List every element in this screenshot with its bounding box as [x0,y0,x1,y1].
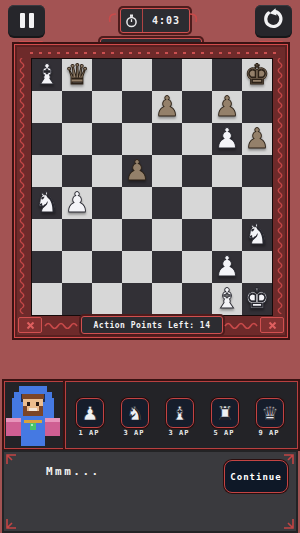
square-b5[interactable] [62,155,92,187]
dialogue-corner-flourish [6,518,17,529]
square-f7[interactable] [182,91,212,123]
square-h6[interactable]: ♟ [242,123,272,155]
square-c2[interactable] [92,251,122,283]
square-h8[interactable]: ♚ [242,59,272,91]
shop-item-knight-cost: 3 AP [117,429,151,437]
queen-icon: ♛ [261,404,278,423]
square-f3[interactable] [182,219,212,251]
frame-ornament-x-left [18,317,42,333]
square-b8[interactable]: ♛ [62,59,92,91]
ap-wave-right [224,320,258,329]
dialogue-corner-flourish [6,454,17,465]
square-g6[interactable]: ♟ [212,123,242,155]
square-f8[interactable] [182,59,212,91]
square-c4[interactable] [92,187,122,219]
square-d4[interactable] [122,187,152,219]
square-e1[interactable] [152,283,182,315]
avatar-panel [4,381,64,449]
square-h5[interactable] [242,155,272,187]
stopwatch-icon [121,9,143,32]
square-e4[interactable] [152,187,182,219]
square-b4[interactable]: ♟ [62,187,92,219]
shop-item-knight-button[interactable]: ♞ [121,398,149,428]
piece-white-bishop-a8[interactable]: ♝ [32,59,62,91]
piece-white-pawn-b4[interactable]: ♟ [62,187,92,219]
square-d3[interactable] [122,219,152,251]
square-e3[interactable] [152,219,182,251]
square-f4[interactable] [182,187,212,219]
action-points-label: Action Points Left: 14 [81,316,223,334]
piece-black-king-h8[interactable]: ♚ [242,59,272,91]
timer-box: 4:03 [120,8,190,33]
piece-white-knight-h3[interactable]: ♞ [242,219,272,251]
square-f6[interactable] [182,123,212,155]
square-d7[interactable] [122,91,152,123]
shop-item-queen-cost: 9 AP [252,429,286,437]
piece-black-pawn-g7[interactable]: ♟ [212,91,242,123]
square-a4[interactable]: ♞ [32,187,62,219]
square-b6[interactable] [62,123,92,155]
shop-item-queen-button[interactable]: ♛ [256,398,284,428]
frame-bead-row [25,49,277,55]
frame-zigzag-right [276,58,284,314]
dialogue-panel: Mmm... Continue [2,450,298,533]
piece-white-pawn-g6[interactable]: ♟ [212,123,242,155]
bishop-icon: ♝ [171,404,188,423]
square-f2[interactable] [182,251,212,283]
shop-item-bishop-button[interactable]: ♝ [166,398,194,428]
piece-black-queen-b8[interactable]: ♛ [62,59,92,91]
square-d1[interactable] [122,283,152,315]
square-c3[interactable] [92,219,122,251]
square-f5[interactable] [182,155,212,187]
square-d8[interactable] [122,59,152,91]
square-h1[interactable]: ♚ [242,283,272,315]
shop-item-rook-cost: 5 AP [207,429,241,437]
square-g7[interactable]: ♟ [212,91,242,123]
square-g5[interactable] [212,155,242,187]
pawn-icon: ♟ [81,404,98,423]
square-e2[interactable] [152,251,182,283]
square-b1[interactable] [62,283,92,315]
square-a1[interactable] [32,283,62,315]
square-g2[interactable]: ♟ [212,251,242,283]
square-a8[interactable]: ♝ [32,59,62,91]
shop-item-pawn-cost: 1 AP [72,429,106,437]
square-c8[interactable] [92,59,122,91]
timer-value: 4:03 [143,15,189,26]
square-d5[interactable]: ♟ [122,155,152,187]
dialogue-corner-flourish [283,518,294,529]
piece-black-pawn-e7[interactable]: ♟ [152,91,182,123]
square-h3[interactable]: ♞ [242,219,272,251]
timer-ornament-right [188,12,200,24]
continue-button[interactable]: Continue [224,460,288,493]
shop-item-rook-button[interactable]: ♜ [211,398,239,428]
square-g4[interactable] [212,187,242,219]
shop-item-pawn-button[interactable]: ♟ [76,398,104,428]
square-d6[interactable] [122,123,152,155]
square-h4[interactable] [242,187,272,219]
frame-ornament-x-right [260,317,284,333]
square-a2[interactable] [32,251,62,283]
piece-black-pawn-d5[interactable]: ♟ [122,155,152,187]
square-h7[interactable] [242,91,272,123]
pause-button[interactable] [8,5,45,36]
square-c5[interactable] [92,155,122,187]
square-e8[interactable] [152,59,182,91]
square-a3[interactable] [32,219,62,251]
square-b7[interactable] [62,91,92,123]
board-frame: ♝♛♚♟♟♟♟♟♞♟♞♟♝♚ Action Points Left: 14 [14,44,288,338]
piece-white-pawn-g2[interactable]: ♟ [212,251,242,283]
square-g8[interactable] [212,59,242,91]
square-e5[interactable] [152,155,182,187]
square-c6[interactable] [92,123,122,155]
timer-widget: 4:03 [104,6,202,36]
piece-white-bishop-g1[interactable]: ♝ [212,283,242,315]
piece-white-knight-a4[interactable]: ♞ [32,187,62,219]
restart-icon [263,8,285,34]
piece-black-pawn-h6[interactable]: ♟ [242,123,272,155]
avatar [5,431,61,450]
square-a5[interactable] [32,155,62,187]
square-b3[interactable] [62,219,92,251]
frame-zigzag-left [18,58,26,314]
square-a7[interactable] [32,91,62,123]
square-e6[interactable] [152,123,182,155]
square-c7[interactable] [92,91,122,123]
square-f1[interactable] [182,283,212,315]
square-c1[interactable] [92,283,122,315]
ap-wave-left [44,320,78,329]
knight-icon: ♞ [126,404,143,423]
restart-button[interactable] [255,5,292,36]
timer-ornament-left [106,12,118,24]
dialogue-text: Mmm... [46,465,101,478]
square-d2[interactable] [122,251,152,283]
square-a6[interactable] [32,123,62,155]
pause-icon [20,13,34,28]
shop-item-bishop-cost: 3 AP [162,429,196,437]
square-b2[interactable] [62,251,92,283]
piece-white-king-h1[interactable]: ♚ [242,283,272,315]
square-h2[interactable] [242,251,272,283]
square-g1[interactable]: ♝ [212,283,242,315]
square-e7[interactable]: ♟ [152,91,182,123]
chess-board: ♝♛♚♟♟♟♟♟♞♟♞♟♝♚ [31,58,273,316]
shop-panel: ♟1 AP♞3 AP♝3 AP♜5 AP♛9 AP [65,381,298,449]
square-g3[interactable] [212,219,242,251]
rook-icon: ♜ [216,404,233,423]
